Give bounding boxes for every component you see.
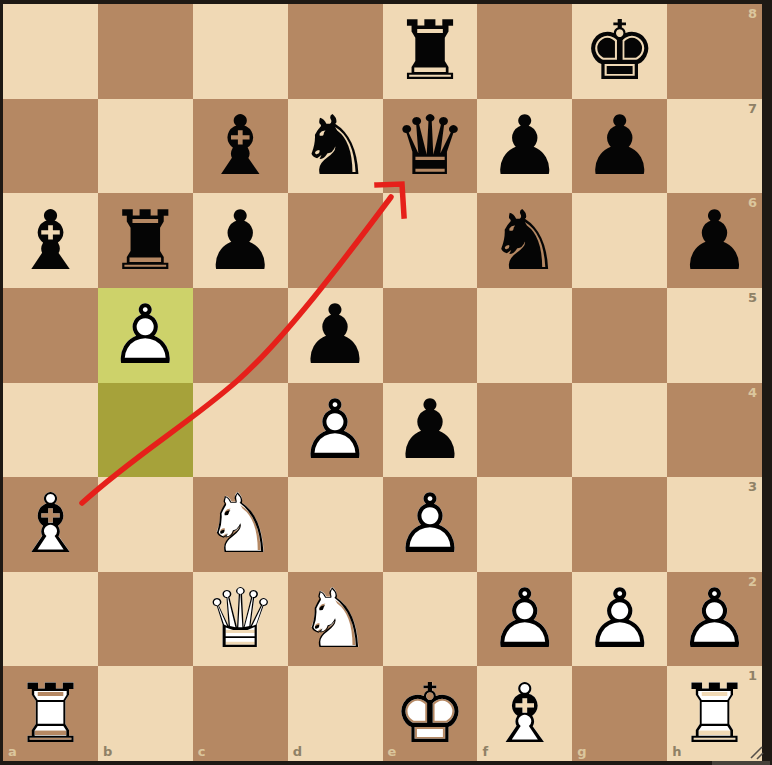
square-h7[interactable]: 7: [667, 99, 762, 194]
square-h8[interactable]: 8: [667, 4, 762, 99]
white-rook[interactable]: ♜♖: [14, 673, 88, 755]
file-label-d: d: [293, 745, 302, 758]
square-f4[interactable]: [477, 383, 572, 478]
square-d6[interactable]: [288, 193, 383, 288]
square-f2[interactable]: ♟♙: [477, 572, 572, 667]
black-knight[interactable]: ♞: [298, 105, 372, 187]
piece-outline: ♖: [14, 673, 88, 755]
file-label-c: c: [198, 745, 206, 758]
rank-label-8: 8: [748, 7, 757, 20]
square-c8[interactable]: [193, 4, 288, 99]
square-d8[interactable]: [288, 4, 383, 99]
square-b3[interactable]: [98, 477, 193, 572]
piece-outline: ♘: [203, 483, 277, 565]
file-label-a: a: [8, 745, 17, 758]
board-frame: ♜♚8♝♞♛♟♟7♝♜♟♞♟6♟♙♟5♟♙♟4♝♗♞♘♟♙3♛♕♞♘♟♙♟♙♟♙…: [0, 0, 772, 765]
black-bishop[interactable]: ♝: [14, 200, 88, 282]
square-a2[interactable]: [3, 572, 98, 667]
square-c6[interactable]: ♟: [193, 193, 288, 288]
square-e3[interactable]: ♟♙: [383, 477, 478, 572]
square-e1[interactable]: ♚♔e: [383, 666, 478, 761]
square-d1[interactable]: d: [288, 666, 383, 761]
rank-label-4: 4: [748, 386, 757, 399]
white-king[interactable]: ♚♔: [393, 673, 467, 755]
square-b4[interactable]: [98, 383, 193, 478]
black-rook[interactable]: ♜: [393, 10, 467, 92]
square-g7[interactable]: ♟: [572, 99, 667, 194]
square-f1[interactable]: ♝♗f: [477, 666, 572, 761]
file-label-g: g: [577, 745, 586, 758]
square-c7[interactable]: ♝: [193, 99, 288, 194]
black-bishop[interactable]: ♝: [203, 105, 277, 187]
square-d7[interactable]: ♞: [288, 99, 383, 194]
black-pawn[interactable]: ♟: [298, 294, 372, 376]
white-pawn[interactable]: ♟♙: [678, 578, 752, 660]
file-label-h: h: [672, 745, 681, 758]
white-pawn[interactable]: ♟♙: [393, 483, 467, 565]
file-label-e: e: [388, 745, 397, 758]
square-h3[interactable]: 3: [667, 477, 762, 572]
square-d4[interactable]: ♟♙: [288, 383, 383, 478]
square-e6[interactable]: [383, 193, 478, 288]
black-rook[interactable]: ♜: [109, 200, 183, 282]
square-c1[interactable]: c: [193, 666, 288, 761]
piece-outline: ♕: [203, 578, 277, 660]
square-g8[interactable]: ♚: [572, 4, 667, 99]
square-b7[interactable]: [98, 99, 193, 194]
square-f7[interactable]: ♟: [477, 99, 572, 194]
square-d2[interactable]: ♞♘: [288, 572, 383, 667]
square-a3[interactable]: ♝♗: [3, 477, 98, 572]
square-g1[interactable]: g: [572, 666, 667, 761]
chess-board[interactable]: ♜♚8♝♞♛♟♟7♝♜♟♞♟6♟♙♟5♟♙♟4♝♗♞♘♟♙3♛♕♞♘♟♙♟♙♟♙…: [3, 4, 762, 761]
square-h6[interactable]: ♟6: [667, 193, 762, 288]
square-c4[interactable]: [193, 383, 288, 478]
black-pawn[interactable]: ♟: [203, 200, 277, 282]
piece-outline: ♙: [488, 578, 562, 660]
black-pawn[interactable]: ♟: [393, 389, 467, 471]
piece-outline: ♖: [678, 673, 752, 755]
rank-label-3: 3: [748, 480, 757, 493]
square-e8[interactable]: ♜: [383, 4, 478, 99]
white-pawn[interactable]: ♟♙: [488, 578, 562, 660]
white-bishop[interactable]: ♝♗: [14, 483, 88, 565]
square-e5[interactable]: [383, 288, 478, 383]
square-f8[interactable]: [477, 4, 572, 99]
piece-outline: ♙: [298, 389, 372, 471]
square-d3[interactable]: [288, 477, 383, 572]
white-queen[interactable]: ♛♕: [203, 578, 277, 660]
black-knight[interactable]: ♞: [488, 200, 562, 282]
rank-label-5: 5: [748, 291, 757, 304]
square-g2[interactable]: ♟♙: [572, 572, 667, 667]
white-pawn[interactable]: ♟♙: [583, 578, 657, 660]
piece-outline: ♘: [298, 578, 372, 660]
square-h5[interactable]: 5: [667, 288, 762, 383]
square-g5[interactable]: [572, 288, 667, 383]
rank-label-1: 1: [748, 669, 757, 682]
square-b8[interactable]: [98, 4, 193, 99]
square-a1[interactable]: ♜♖a: [3, 666, 98, 761]
square-d5[interactable]: ♟: [288, 288, 383, 383]
white-knight[interactable]: ♞♘: [203, 483, 277, 565]
square-e7[interactable]: ♛: [383, 99, 478, 194]
rank-label-6: 6: [748, 196, 757, 209]
white-pawn[interactable]: ♟♙: [298, 389, 372, 471]
black-queen[interactable]: ♛: [393, 105, 467, 187]
black-king[interactable]: ♚: [583, 10, 657, 92]
square-b5[interactable]: ♟♙: [98, 288, 193, 383]
square-a4[interactable]: [3, 383, 98, 478]
square-e4[interactable]: ♟: [383, 383, 478, 478]
black-pawn[interactable]: ♟: [678, 200, 752, 282]
piece-outline: ♙: [583, 578, 657, 660]
piece-outline: ♗: [488, 673, 562, 755]
square-f6[interactable]: ♞: [477, 193, 572, 288]
square-b2[interactable]: [98, 572, 193, 667]
white-bishop[interactable]: ♝♗: [488, 673, 562, 755]
square-c3[interactable]: ♞♘: [193, 477, 288, 572]
square-e2[interactable]: [383, 572, 478, 667]
square-g6[interactable]: [572, 193, 667, 288]
square-f5[interactable]: [477, 288, 572, 383]
square-a8[interactable]: [3, 4, 98, 99]
black-pawn[interactable]: ♟: [583, 105, 657, 187]
square-a5[interactable]: [3, 288, 98, 383]
black-pawn[interactable]: ♟: [488, 105, 562, 187]
square-c5[interactable]: [193, 288, 288, 383]
file-label-b: b: [103, 745, 112, 758]
board-resize-handle[interactable]: [747, 743, 765, 761]
bottom-corner-accent: [712, 761, 770, 765]
square-f3[interactable]: [477, 477, 572, 572]
rank-label-7: 7: [748, 102, 757, 115]
piece-outline: ♔: [393, 673, 467, 755]
white-knight[interactable]: ♞♘: [298, 578, 372, 660]
white-pawn[interactable]: ♟♙: [109, 294, 183, 376]
square-g3[interactable]: [572, 477, 667, 572]
square-a6[interactable]: ♝: [3, 193, 98, 288]
white-rook[interactable]: ♜♖: [678, 673, 752, 755]
file-label-f: f: [482, 745, 488, 758]
piece-outline: ♙: [678, 578, 752, 660]
square-b6[interactable]: ♜: [98, 193, 193, 288]
square-c2[interactable]: ♛♕: [193, 572, 288, 667]
square-h2[interactable]: ♟♙2: [667, 572, 762, 667]
square-b1[interactable]: b: [98, 666, 193, 761]
square-a7[interactable]: [3, 99, 98, 194]
square-h4[interactable]: 4: [667, 383, 762, 478]
piece-outline: ♗: [14, 483, 88, 565]
piece-outline: ♙: [109, 294, 183, 376]
square-g4[interactable]: [572, 383, 667, 478]
piece-outline: ♙: [393, 483, 467, 565]
rank-label-2: 2: [748, 575, 757, 588]
